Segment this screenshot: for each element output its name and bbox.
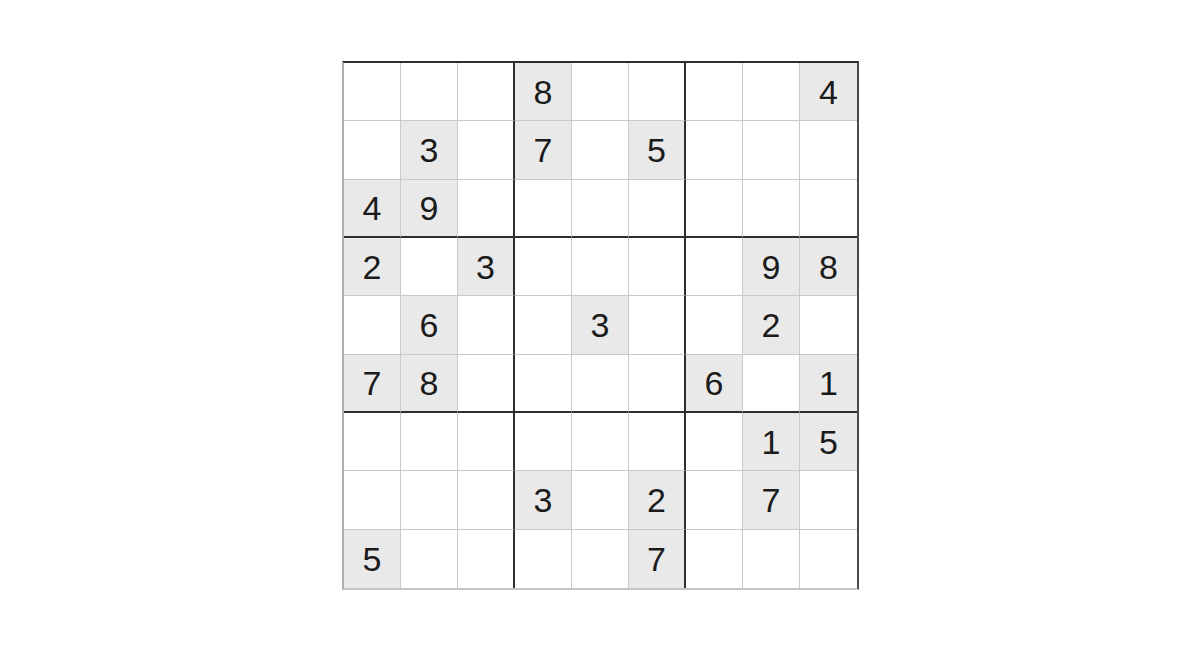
empty-cell-r1c2[interactable]: [401, 63, 458, 121]
empty-cell-r7c6[interactable]: [629, 413, 686, 471]
empty-cell-r8c3[interactable]: [458, 471, 515, 529]
empty-cell-r1c5[interactable]: [572, 63, 629, 121]
given-cell-r9c6: 7: [629, 530, 686, 588]
empty-cell-r9c2[interactable]: [401, 530, 458, 588]
empty-cell-r2c3[interactable]: [458, 121, 515, 179]
empty-cell-r5c6[interactable]: [629, 296, 686, 354]
empty-cell-r7c3[interactable]: [458, 413, 515, 471]
empty-cell-r3c4[interactable]: [515, 180, 572, 238]
empty-cell-r2c8[interactable]: [743, 121, 800, 179]
empty-cell-r7c1[interactable]: [344, 413, 401, 471]
empty-cell-r1c6[interactable]: [629, 63, 686, 121]
given-cell-r6c1: 7: [344, 355, 401, 413]
empty-cell-r2c7[interactable]: [686, 121, 743, 179]
given-cell-r5c5: 3: [572, 296, 629, 354]
empty-cell-r5c1[interactable]: [344, 296, 401, 354]
given-cell-r4c9: 8: [800, 238, 857, 296]
given-cell-r6c7: 6: [686, 355, 743, 413]
given-cell-r7c8: 1: [743, 413, 800, 471]
given-cell-r1c4: 8: [515, 63, 572, 121]
empty-cell-r4c5[interactable]: [572, 238, 629, 296]
empty-cell-r9c7[interactable]: [686, 530, 743, 588]
empty-cell-r8c2[interactable]: [401, 471, 458, 529]
empty-cell-r6c3[interactable]: [458, 355, 515, 413]
empty-cell-r3c7[interactable]: [686, 180, 743, 238]
empty-cell-r4c6[interactable]: [629, 238, 686, 296]
empty-cell-r8c9[interactable]: [800, 471, 857, 529]
given-cell-r9c1: 5: [344, 530, 401, 588]
given-cell-r2c6: 5: [629, 121, 686, 179]
given-cell-r6c9: 1: [800, 355, 857, 413]
empty-cell-r9c9[interactable]: [800, 530, 857, 588]
empty-cell-r4c2[interactable]: [401, 238, 458, 296]
given-cell-r6c2: 8: [401, 355, 458, 413]
empty-cell-r6c5[interactable]: [572, 355, 629, 413]
given-cell-r2c2: 3: [401, 121, 458, 179]
given-cell-r4c1: 2: [344, 238, 401, 296]
given-cell-r8c6: 2: [629, 471, 686, 529]
empty-cell-r8c1[interactable]: [344, 471, 401, 529]
empty-cell-r2c5[interactable]: [572, 121, 629, 179]
empty-cell-r7c7[interactable]: [686, 413, 743, 471]
empty-cell-r1c7[interactable]: [686, 63, 743, 121]
given-cell-r8c4: 3: [515, 471, 572, 529]
empty-cell-r3c8[interactable]: [743, 180, 800, 238]
empty-cell-r8c7[interactable]: [686, 471, 743, 529]
empty-cell-r1c8[interactable]: [743, 63, 800, 121]
given-cell-r4c8: 9: [743, 238, 800, 296]
empty-cell-r7c4[interactable]: [515, 413, 572, 471]
given-cell-r5c8: 2: [743, 296, 800, 354]
empty-cell-r8c5[interactable]: [572, 471, 629, 529]
given-cell-r3c2: 9: [401, 180, 458, 238]
given-cell-r8c8: 7: [743, 471, 800, 529]
page: 8437549239863278611532757: [0, 0, 1200, 650]
empty-cell-r1c1[interactable]: [344, 63, 401, 121]
empty-cell-r2c1[interactable]: [344, 121, 401, 179]
given-cell-r2c4: 7: [515, 121, 572, 179]
empty-cell-r5c3[interactable]: [458, 296, 515, 354]
empty-cell-r5c7[interactable]: [686, 296, 743, 354]
empty-cell-r9c3[interactable]: [458, 530, 515, 588]
empty-cell-r1c3[interactable]: [458, 63, 515, 121]
empty-cell-r2c9[interactable]: [800, 121, 857, 179]
empty-cell-r7c2[interactable]: [401, 413, 458, 471]
empty-cell-r9c4[interactable]: [515, 530, 572, 588]
given-cell-r4c3: 3: [458, 238, 515, 296]
empty-cell-r7c5[interactable]: [572, 413, 629, 471]
empty-cell-r5c4[interactable]: [515, 296, 572, 354]
empty-cell-r6c6[interactable]: [629, 355, 686, 413]
empty-cell-r3c6[interactable]: [629, 180, 686, 238]
empty-cell-r3c3[interactable]: [458, 180, 515, 238]
empty-cell-r9c8[interactable]: [743, 530, 800, 588]
given-cell-r1c9: 4: [800, 63, 857, 121]
empty-cell-r3c9[interactable]: [800, 180, 857, 238]
empty-cell-r4c4[interactable]: [515, 238, 572, 296]
empty-cell-r9c5[interactable]: [572, 530, 629, 588]
given-cell-r3c1: 4: [344, 180, 401, 238]
empty-cell-r4c7[interactable]: [686, 238, 743, 296]
empty-cell-r6c8[interactable]: [743, 355, 800, 413]
given-cell-r5c2: 6: [401, 296, 458, 354]
empty-cell-r6c4[interactable]: [515, 355, 572, 413]
empty-cell-r3c5[interactable]: [572, 180, 629, 238]
sudoku-board: 8437549239863278611532757: [342, 61, 859, 590]
given-cell-r7c9: 5: [800, 413, 857, 471]
empty-cell-r5c9[interactable]: [800, 296, 857, 354]
